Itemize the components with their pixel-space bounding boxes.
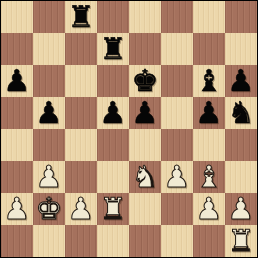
square-f8[interactable] — [161, 1, 193, 33]
square-g2[interactable]: ♟ — [193, 193, 225, 225]
square-d6[interactable] — [97, 65, 129, 97]
piece-white-rook[interactable]: ♜ — [97, 193, 129, 225]
square-e6[interactable]: ♚ — [129, 65, 161, 97]
square-c5[interactable] — [65, 97, 97, 129]
square-f7[interactable] — [161, 33, 193, 65]
square-f5[interactable] — [161, 97, 193, 129]
piece-white-pawn[interactable]: ♟ — [65, 193, 97, 225]
square-g6[interactable]: ♝ — [193, 65, 225, 97]
square-b2[interactable]: ♚ — [33, 193, 65, 225]
piece-white-pawn[interactable]: ♟ — [161, 161, 193, 193]
square-b1[interactable] — [33, 225, 65, 257]
square-a3[interactable] — [1, 161, 33, 193]
piece-white-pawn[interactable]: ♟ — [225, 193, 257, 225]
square-g7[interactable] — [193, 33, 225, 65]
square-d7[interactable]: ♜ — [97, 33, 129, 65]
square-c4[interactable] — [65, 129, 97, 161]
piece-black-bishop[interactable]: ♝ — [193, 65, 225, 97]
square-d4[interactable] — [97, 129, 129, 161]
square-c8[interactable]: ♜ — [65, 1, 97, 33]
square-c6[interactable] — [65, 65, 97, 97]
piece-black-pawn[interactable]: ♟ — [193, 97, 225, 129]
square-a6[interactable]: ♟ — [1, 65, 33, 97]
piece-white-rook[interactable]: ♜ — [225, 225, 257, 257]
piece-black-rook[interactable]: ♜ — [65, 1, 97, 33]
square-g3[interactable]: ♝ — [193, 161, 225, 193]
piece-white-king[interactable]: ♚ — [33, 193, 65, 225]
piece-black-pawn[interactable]: ♟ — [97, 97, 129, 129]
square-e2[interactable] — [129, 193, 161, 225]
square-b8[interactable] — [33, 1, 65, 33]
square-d3[interactable] — [97, 161, 129, 193]
chess-board: ♜♜♟♚♝♟♟♟♟♟♞♟♞♟♝♟♚♟♜♟♟♜ — [1, 1, 257, 257]
square-e4[interactable] — [129, 129, 161, 161]
piece-black-rook[interactable]: ♜ — [97, 33, 129, 65]
piece-black-pawn[interactable]: ♟ — [225, 65, 257, 97]
square-a4[interactable] — [1, 129, 33, 161]
square-h6[interactable]: ♟ — [225, 65, 257, 97]
square-d8[interactable] — [97, 1, 129, 33]
piece-white-knight[interactable]: ♞ — [129, 161, 161, 193]
square-f3[interactable]: ♟ — [161, 161, 193, 193]
square-h1[interactable]: ♜ — [225, 225, 257, 257]
square-c1[interactable] — [65, 225, 97, 257]
square-a1[interactable] — [1, 225, 33, 257]
piece-white-pawn[interactable]: ♟ — [1, 193, 33, 225]
square-h4[interactable] — [225, 129, 257, 161]
square-g4[interactable] — [193, 129, 225, 161]
chess-board-frame: ♜♜♟♚♝♟♟♟♟♟♞♟♞♟♝♟♚♟♜♟♟♜ — [0, 0, 258, 258]
piece-white-pawn[interactable]: ♟ — [193, 193, 225, 225]
square-e8[interactable] — [129, 1, 161, 33]
piece-black-pawn[interactable]: ♟ — [33, 97, 65, 129]
square-f1[interactable] — [161, 225, 193, 257]
piece-black-pawn[interactable]: ♟ — [129, 97, 161, 129]
square-a5[interactable] — [1, 97, 33, 129]
square-h3[interactable] — [225, 161, 257, 193]
square-c3[interactable] — [65, 161, 97, 193]
square-e1[interactable] — [129, 225, 161, 257]
square-b5[interactable]: ♟ — [33, 97, 65, 129]
piece-white-bishop[interactable]: ♝ — [193, 161, 225, 193]
square-b6[interactable] — [33, 65, 65, 97]
square-d5[interactable]: ♟ — [97, 97, 129, 129]
piece-white-pawn[interactable]: ♟ — [33, 161, 65, 193]
piece-black-king[interactable]: ♚ — [129, 65, 161, 97]
square-f2[interactable] — [161, 193, 193, 225]
square-b7[interactable] — [33, 33, 65, 65]
square-g5[interactable]: ♟ — [193, 97, 225, 129]
square-b3[interactable]: ♟ — [33, 161, 65, 193]
square-h5[interactable]: ♞ — [225, 97, 257, 129]
square-g8[interactable] — [193, 1, 225, 33]
square-h2[interactable]: ♟ — [225, 193, 257, 225]
piece-black-knight[interactable]: ♞ — [225, 97, 257, 129]
square-d1[interactable] — [97, 225, 129, 257]
square-a2[interactable]: ♟ — [1, 193, 33, 225]
square-e5[interactable]: ♟ — [129, 97, 161, 129]
square-h7[interactable] — [225, 33, 257, 65]
square-c7[interactable] — [65, 33, 97, 65]
square-c2[interactable]: ♟ — [65, 193, 97, 225]
square-h8[interactable] — [225, 1, 257, 33]
square-b4[interactable] — [33, 129, 65, 161]
square-e3[interactable]: ♞ — [129, 161, 161, 193]
square-f4[interactable] — [161, 129, 193, 161]
square-a7[interactable] — [1, 33, 33, 65]
square-f6[interactable] — [161, 65, 193, 97]
square-e7[interactable] — [129, 33, 161, 65]
square-d2[interactable]: ♜ — [97, 193, 129, 225]
square-g1[interactable] — [193, 225, 225, 257]
piece-black-pawn[interactable]: ♟ — [1, 65, 33, 97]
square-a8[interactable] — [1, 1, 33, 33]
